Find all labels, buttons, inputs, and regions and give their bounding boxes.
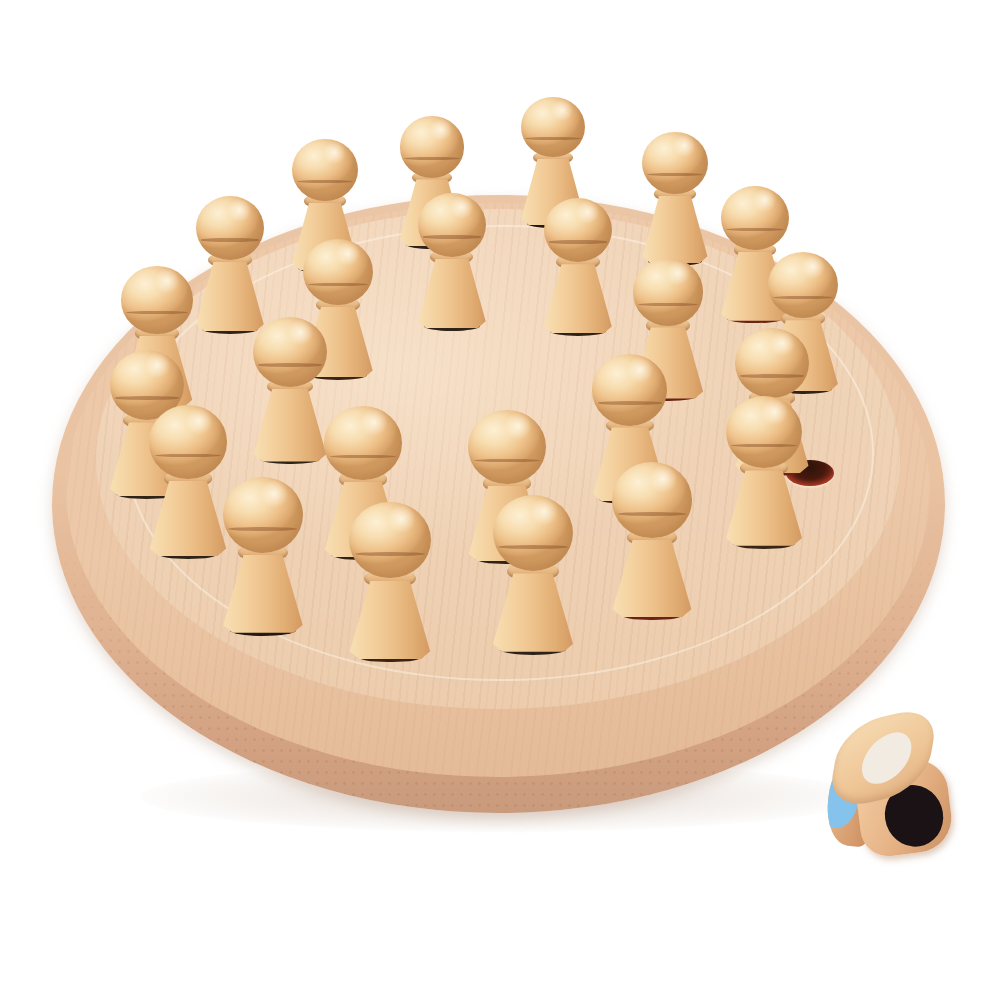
peg-ball-head <box>735 328 809 398</box>
peg-neck-groove <box>549 240 608 243</box>
peg-neck-groove <box>404 157 460 160</box>
peg-ball-head <box>223 477 303 553</box>
peg-ball-head <box>633 258 704 325</box>
peg-ball-head <box>721 186 789 250</box>
peg-ball-head <box>468 410 545 483</box>
peg-neck-groove <box>126 311 187 314</box>
peg-ball-head <box>149 405 226 478</box>
peg-neck-groove <box>474 459 541 463</box>
peg-neck-groove <box>228 527 297 531</box>
peg-ball-head <box>292 139 358 201</box>
peg-ball-head <box>592 354 667 425</box>
peg[interactable] <box>540 198 616 336</box>
peg-cone-body <box>416 259 488 328</box>
peg[interactable] <box>639 132 711 266</box>
peg-ball-head <box>521 97 585 158</box>
peg-cone-body <box>724 470 805 545</box>
peg[interactable] <box>249 317 330 464</box>
peg-cone-body <box>641 196 710 263</box>
peg-neck-groove <box>423 235 482 238</box>
peg-neck-groove <box>355 552 425 556</box>
color-die[interactable] <box>828 720 954 858</box>
peg-neck-groove <box>115 396 179 400</box>
peg-neck-groove <box>258 363 321 366</box>
peg-neck-groove <box>598 401 663 405</box>
peg-ball-head <box>400 116 465 177</box>
peg-ball-head <box>726 396 803 469</box>
peg-ball-head <box>303 239 373 305</box>
peg-neck-groove <box>498 545 568 549</box>
peg-ball-head <box>121 266 192 333</box>
peg-neck-groove <box>773 296 834 299</box>
memory-chess-scene <box>0 0 1001 1001</box>
peg[interactable] <box>219 477 308 636</box>
die-white-dot <box>862 724 912 792</box>
peg-ball-head <box>324 406 401 479</box>
peg-neck-groove <box>308 283 368 286</box>
peg-ball-head <box>253 317 326 387</box>
peg-ball-head <box>418 193 486 258</box>
peg-neck-groove <box>731 444 797 448</box>
peg[interactable] <box>722 396 807 549</box>
peg-neck-groove <box>647 173 703 176</box>
peg-neck-groove <box>297 180 354 183</box>
peg-neck-groove <box>638 303 699 306</box>
peg-ball-head <box>612 462 692 537</box>
peg-neck-groove <box>726 228 784 231</box>
peg-ball-head <box>196 196 264 261</box>
peg-cone-body <box>221 555 305 633</box>
peg-cone-body <box>251 389 328 462</box>
peg[interactable] <box>414 193 489 331</box>
peg-ball-head <box>642 132 708 194</box>
peg-neck-groove <box>740 374 804 377</box>
peg[interactable] <box>192 196 267 334</box>
peg-cone-body <box>490 573 575 651</box>
peg[interactable] <box>345 502 435 663</box>
peg-neck-groove <box>201 238 260 241</box>
peg-ball-head <box>544 198 612 263</box>
peg-neck-groove <box>155 454 221 458</box>
peg-cone-body <box>347 581 433 660</box>
peg-ball-head <box>349 502 430 579</box>
peg-neck-groove <box>618 512 686 516</box>
peg-neck-groove <box>330 455 396 459</box>
peg-ball-head <box>768 252 839 319</box>
peg-neck-groove <box>525 137 580 140</box>
peg[interactable] <box>488 495 578 655</box>
peg-ball-head <box>493 495 574 572</box>
peg-cone-body <box>542 264 614 333</box>
peg[interactable] <box>608 462 696 620</box>
peg-cone-body <box>610 540 694 617</box>
peg-cone-body <box>147 481 228 557</box>
